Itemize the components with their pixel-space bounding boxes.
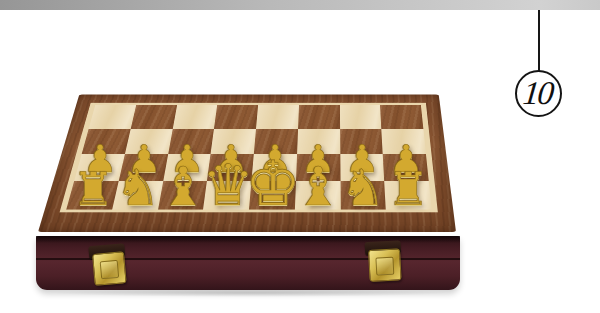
- callout-number: 10: [521, 75, 556, 112]
- board-square: [256, 105, 299, 129]
- callout-number-badge: 10: [515, 70, 562, 117]
- chess-piece-rook: ♜: [387, 166, 428, 212]
- chess-piece-king: ♚: [245, 153, 301, 215]
- top-gray-bar: [0, 0, 600, 10]
- callout-leader-line: [538, 10, 540, 72]
- chess-piece-knight: ♞: [341, 163, 386, 213]
- product-photo-stage: ♟♟♟♟♟♟♟♟♜♞♝♛♚♝♞♜ 10: [0, 0, 600, 313]
- board-square: [172, 105, 217, 129]
- board-square: [339, 105, 381, 129]
- chess-piece-bishop: ♝: [159, 160, 207, 213]
- chess-piece-knight: ♞: [116, 163, 161, 213]
- chess-piece-bishop: ♝: [294, 160, 342, 213]
- latch-hasp-icon: [368, 248, 402, 282]
- board-square: [130, 105, 176, 129]
- chess-piece-rook: ♜: [72, 166, 113, 212]
- box-floor-shadow: [50, 289, 450, 297]
- board-square: [89, 105, 136, 129]
- board-square: [298, 105, 340, 129]
- board-square: [380, 105, 423, 129]
- latch-hasp-icon: [92, 251, 127, 286]
- board-square: [214, 105, 258, 129]
